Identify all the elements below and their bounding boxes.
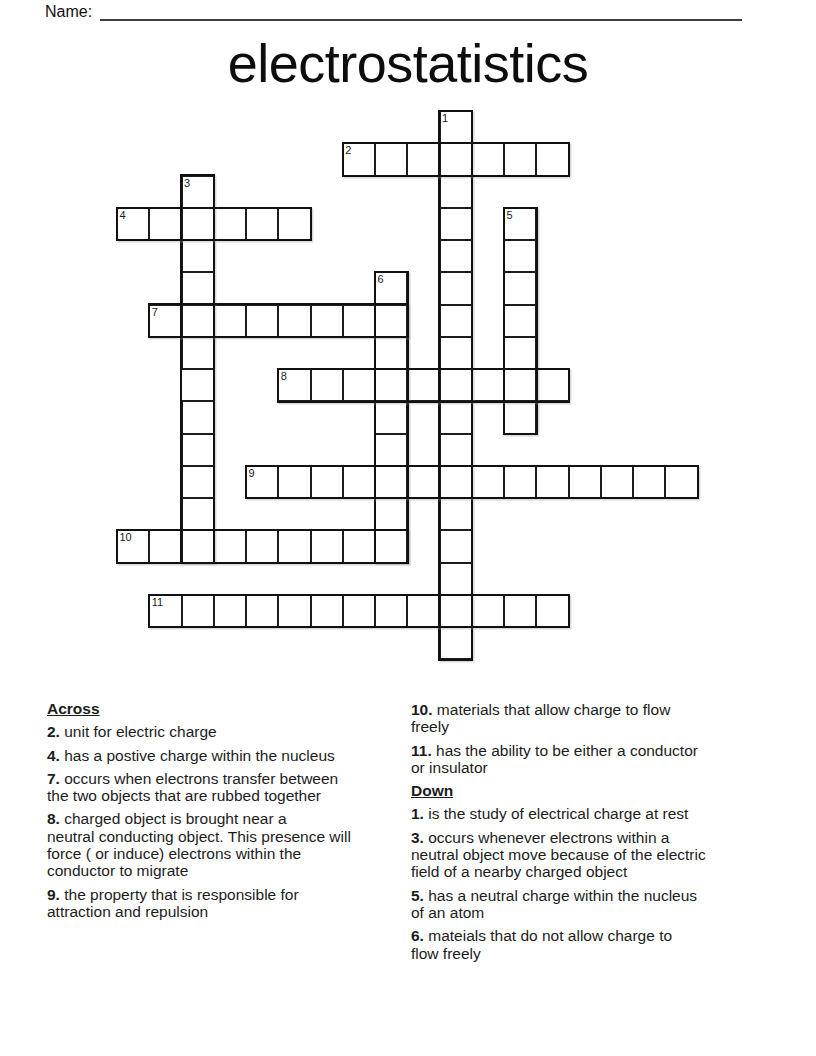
grid-cell[interactable] bbox=[406, 465, 440, 499]
grid-cell[interactable] bbox=[181, 594, 215, 628]
grid-cell[interactable] bbox=[181, 497, 215, 531]
clue-4-across: 4. has a postive charge within the nucle… bbox=[47, 747, 412, 764]
grid-cell[interactable] bbox=[181, 271, 215, 305]
grid-cell[interactable] bbox=[310, 529, 344, 563]
grid-cell[interactable] bbox=[245, 207, 279, 241]
grid-cell[interactable] bbox=[374, 142, 408, 176]
grid-cell[interactable] bbox=[245, 529, 279, 563]
grid-cell[interactable] bbox=[277, 465, 311, 499]
grid-cell[interactable] bbox=[439, 626, 473, 660]
grid-cell[interactable] bbox=[503, 465, 537, 499]
grid-cell[interactable] bbox=[310, 304, 344, 338]
clue-5-down: 5. has a neutral charge within the nucle… bbox=[411, 887, 796, 922]
clue-number: 1. bbox=[411, 805, 424, 822]
grid-cell[interactable] bbox=[535, 368, 569, 402]
grid-cell[interactable] bbox=[374, 529, 408, 563]
grid-cell[interactable] bbox=[406, 142, 440, 176]
grid-cell[interactable] bbox=[181, 465, 215, 499]
grid-cell[interactable] bbox=[181, 175, 215, 209]
grid-cell[interactable] bbox=[374, 336, 408, 370]
grid-cell[interactable] bbox=[471, 594, 505, 628]
grid-cell[interactable] bbox=[277, 304, 311, 338]
grid-cell[interactable] bbox=[342, 304, 376, 338]
grid-cell[interactable] bbox=[181, 336, 215, 370]
grid-cell[interactable] bbox=[181, 400, 215, 434]
grid-cell[interactable] bbox=[439, 529, 473, 563]
clues-left-column: Across2. unit for electric charge4. has … bbox=[47, 700, 412, 926]
clue-11-across: 11. has the ability to be either a condu… bbox=[411, 742, 796, 777]
grid-cell[interactable] bbox=[245, 304, 279, 338]
grid-cell[interactable] bbox=[439, 207, 473, 241]
clue-2-across: 2. unit for electric charge bbox=[47, 723, 412, 740]
grid-cell[interactable] bbox=[503, 142, 537, 176]
grid-cell[interactable] bbox=[503, 271, 537, 305]
grid-cell[interactable] bbox=[535, 142, 569, 176]
clue-text: charged object is brought near a neutral… bbox=[47, 810, 351, 879]
grid-cell[interactable] bbox=[310, 465, 344, 499]
grid-cell[interactable] bbox=[342, 465, 376, 499]
grid-cell[interactable] bbox=[503, 594, 537, 628]
clue-number: 5. bbox=[411, 887, 424, 904]
grid-cell[interactable] bbox=[374, 594, 408, 628]
clue-text: is the study of electrical charge at res… bbox=[424, 805, 688, 822]
grid-cell[interactable] bbox=[439, 239, 473, 273]
grid-cell[interactable] bbox=[374, 465, 408, 499]
clue-number: 11. bbox=[411, 742, 432, 759]
grid-cell[interactable] bbox=[535, 465, 569, 499]
grid-cell[interactable] bbox=[439, 433, 473, 467]
grid-cell[interactable] bbox=[439, 368, 473, 402]
grid-cell[interactable] bbox=[116, 529, 150, 563]
grid-cell[interactable] bbox=[148, 529, 182, 563]
grid-cell[interactable] bbox=[600, 465, 634, 499]
grid-cell[interactable] bbox=[213, 207, 247, 241]
grid-cell[interactable] bbox=[439, 336, 473, 370]
grid-cell[interactable] bbox=[181, 207, 215, 241]
clue-text: has a postive charge within the nucleus bbox=[60, 747, 335, 764]
grid-cell[interactable] bbox=[277, 207, 311, 241]
clue-6-down: 6. mateials that do not allow charge to … bbox=[411, 927, 796, 962]
clue-number: 8. bbox=[47, 810, 60, 827]
clues-right-column: 10. materials that allow charge to flow … bbox=[411, 701, 796, 968]
grid-cell[interactable] bbox=[342, 594, 376, 628]
clue-3-down: 3. occurs whenever electrons within a ne… bbox=[411, 829, 796, 881]
grid-cell[interactable] bbox=[568, 465, 602, 499]
grid-cell[interactable] bbox=[439, 594, 473, 628]
clue-9-across: 9. the property that is responsible for … bbox=[47, 886, 412, 921]
grid-cell[interactable] bbox=[406, 594, 440, 628]
clue-text: materials that allow charge to flow free… bbox=[411, 701, 670, 735]
grid-cell[interactable] bbox=[310, 594, 344, 628]
grid-cell[interactable] bbox=[471, 368, 505, 402]
grid-cell[interactable] bbox=[503, 368, 537, 402]
clue-text: mateials that do not allow charge to flo… bbox=[411, 927, 672, 961]
grid-cell[interactable] bbox=[342, 368, 376, 402]
grid-cell[interactable] bbox=[439, 110, 473, 144]
grid-cell[interactable] bbox=[342, 529, 376, 563]
grid-cell[interactable] bbox=[245, 465, 279, 499]
across-heading: Across bbox=[47, 700, 412, 717]
grid-cell[interactable] bbox=[471, 465, 505, 499]
grid-cell[interactable] bbox=[503, 239, 537, 273]
clue-text: has the ability to be either a conductor… bbox=[411, 742, 698, 776]
grid-cell[interactable] bbox=[439, 142, 473, 176]
clue-7-across: 7. occurs when electrons transfer betwee… bbox=[47, 770, 412, 805]
worksheet-page: Name: electrostatistics 1234567891011 Ac… bbox=[0, 0, 816, 1056]
grid-cell[interactable] bbox=[116, 207, 150, 241]
grid-cell[interactable] bbox=[439, 497, 473, 531]
grid-cell[interactable] bbox=[148, 304, 182, 338]
clue-8-across: 8. charged object is brought near a neut… bbox=[47, 810, 412, 879]
clue-1-down: 1. is the study of electrical charge at … bbox=[411, 805, 796, 822]
clue-number: 4. bbox=[47, 747, 60, 764]
clue-number: 7. bbox=[47, 770, 60, 787]
clue-number: 6. bbox=[411, 927, 424, 944]
grid-cell[interactable] bbox=[439, 175, 473, 209]
grid-cell[interactable] bbox=[148, 594, 182, 628]
grid-cell[interactable] bbox=[439, 304, 473, 338]
grid-cell[interactable] bbox=[439, 400, 473, 434]
clue-number: 10. bbox=[411, 701, 433, 718]
clue-text: occurs when electrons transfer between t… bbox=[47, 770, 338, 804]
grid-cell[interactable] bbox=[148, 207, 182, 241]
grid-cell[interactable] bbox=[632, 465, 666, 499]
grid-cell[interactable] bbox=[374, 271, 408, 305]
grid-cell[interactable] bbox=[213, 529, 247, 563]
grid-cell[interactable] bbox=[503, 400, 537, 434]
clue-10-across: 10. materials that allow charge to flow … bbox=[411, 701, 796, 736]
grid-cell[interactable] bbox=[664, 465, 698, 499]
grid-cell[interactable] bbox=[503, 336, 537, 370]
clue-text: occurs whenever electrons within a neutr… bbox=[411, 829, 706, 881]
grid-cell[interactable] bbox=[374, 433, 408, 467]
grid-cell[interactable] bbox=[503, 207, 537, 241]
grid-cell[interactable] bbox=[406, 368, 440, 402]
grid-cell[interactable] bbox=[181, 433, 215, 467]
grid-cell[interactable] bbox=[374, 304, 408, 338]
grid-cell[interactable] bbox=[181, 529, 215, 563]
grid-cell[interactable] bbox=[245, 594, 279, 628]
grid-cell[interactable] bbox=[277, 368, 311, 402]
grid-cell[interactable] bbox=[503, 304, 537, 338]
down-heading: Down bbox=[411, 782, 796, 799]
grid-cell[interactable] bbox=[374, 400, 408, 434]
grid-cell[interactable] bbox=[439, 562, 473, 596]
grid-cell[interactable] bbox=[439, 271, 473, 305]
grid-cell[interactable] bbox=[374, 368, 408, 402]
grid-cell[interactable] bbox=[439, 465, 473, 499]
clue-number: 2. bbox=[47, 723, 60, 740]
grid-cell[interactable] bbox=[213, 594, 247, 628]
grid-cell[interactable] bbox=[213, 304, 247, 338]
clue-number: 9. bbox=[47, 886, 60, 903]
grid-cell[interactable] bbox=[277, 594, 311, 628]
grid-cell[interactable] bbox=[181, 304, 215, 338]
grid-cell[interactable] bbox=[535, 594, 569, 628]
grid-cell[interactable] bbox=[471, 142, 505, 176]
clue-number: 3. bbox=[411, 829, 424, 846]
clue-text: has a neutral charge within the nucleus … bbox=[411, 887, 697, 921]
grid-cell[interactable] bbox=[277, 529, 311, 563]
grid-cell[interactable] bbox=[374, 497, 408, 531]
grid-cell[interactable] bbox=[342, 142, 376, 176]
clue-text: the property that is responsible for att… bbox=[47, 886, 299, 920]
grid-cell[interactable] bbox=[310, 368, 344, 402]
clue-text: unit for electric charge bbox=[60, 723, 217, 740]
grid-cell[interactable] bbox=[181, 239, 215, 273]
